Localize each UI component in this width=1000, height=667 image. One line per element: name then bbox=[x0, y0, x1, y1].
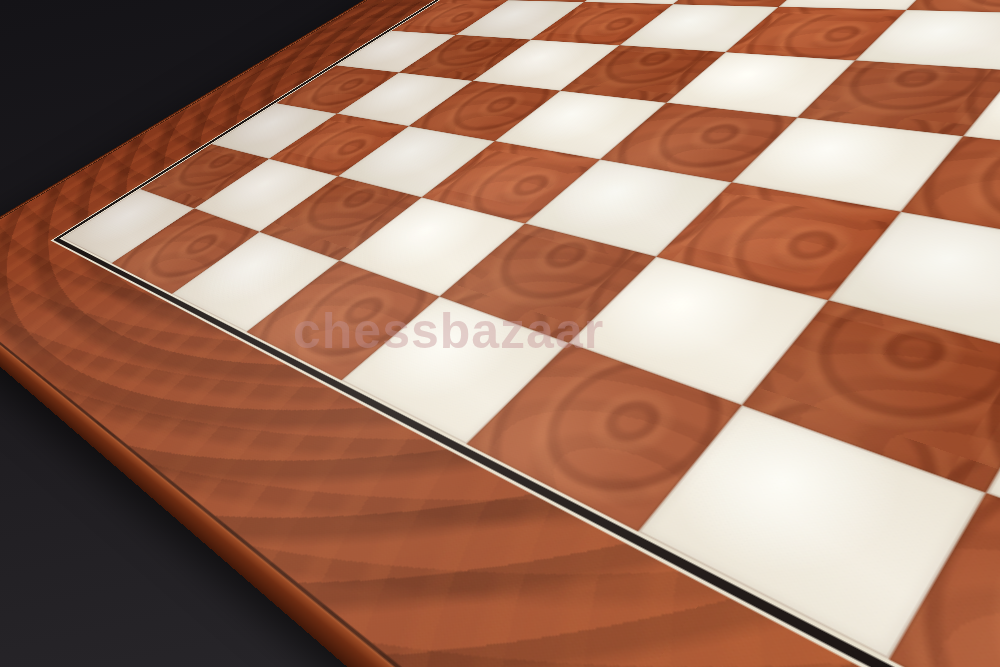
photo-scene: chessbazaar bbox=[0, 0, 1000, 667]
watermark: chessbazaar bbox=[293, 302, 604, 360]
